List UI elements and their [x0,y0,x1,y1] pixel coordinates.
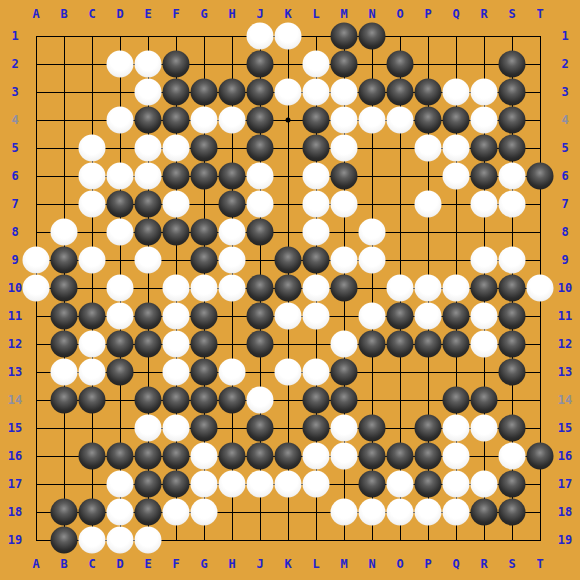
black-stone[interactable] [163,107,190,134]
white-stone[interactable] [471,303,498,330]
row-label-left: 12 [8,338,22,350]
black-stone[interactable] [247,51,274,78]
black-stone[interactable] [527,163,554,190]
white-stone[interactable] [107,163,134,190]
black-stone[interactable] [107,191,134,218]
row-label-right: 14 [558,394,572,406]
white-stone[interactable] [79,331,106,358]
black-stone[interactable] [471,275,498,302]
white-stone[interactable] [107,499,134,526]
column-label-bottom: P [424,558,431,570]
white-stone[interactable] [51,219,78,246]
column-label-bottom: K [284,558,291,570]
row-label-left: 14 [8,394,22,406]
column-label-top: D [116,8,123,20]
white-stone[interactable] [135,415,162,442]
black-stone[interactable] [135,219,162,246]
black-stone[interactable] [415,79,442,106]
white-stone[interactable] [163,415,190,442]
white-stone[interactable] [443,135,470,162]
white-stone[interactable] [471,471,498,498]
black-stone[interactable] [499,135,526,162]
white-stone[interactable] [219,107,246,134]
white-stone[interactable] [331,79,358,106]
white-stone[interactable] [443,275,470,302]
black-stone[interactable] [331,275,358,302]
black-stone[interactable] [135,443,162,470]
white-stone[interactable] [359,247,386,274]
white-stone[interactable] [303,219,330,246]
row-label-right: 10 [558,282,572,294]
white-stone[interactable] [387,107,414,134]
column-label-bottom: E [144,558,151,570]
column-label-bottom: J [256,558,263,570]
row-label-right: 3 [561,86,568,98]
white-stone[interactable] [163,303,190,330]
row-label-right: 7 [561,198,568,210]
white-stone[interactable] [79,191,106,218]
white-stone[interactable] [219,247,246,274]
black-stone[interactable] [191,303,218,330]
black-stone[interactable] [79,303,106,330]
white-stone[interactable] [415,135,442,162]
white-stone[interactable] [499,163,526,190]
column-label-top: B [60,8,67,20]
black-stone[interactable] [247,443,274,470]
white-stone[interactable] [303,443,330,470]
column-label-bottom: T [536,558,543,570]
black-stone[interactable] [107,359,134,386]
black-stone[interactable] [191,135,218,162]
black-stone[interactable] [247,303,274,330]
row-label-right: 2 [561,58,568,70]
black-stone[interactable] [135,191,162,218]
black-stone[interactable] [135,471,162,498]
white-stone[interactable] [331,107,358,134]
white-stone[interactable] [275,79,302,106]
black-stone[interactable] [51,387,78,414]
white-stone[interactable] [79,163,106,190]
black-stone[interactable] [247,79,274,106]
white-stone[interactable] [135,79,162,106]
black-stone[interactable] [51,499,78,526]
white-stone[interactable] [135,163,162,190]
white-stone[interactable] [107,303,134,330]
black-stone[interactable] [471,163,498,190]
column-label-bottom: S [508,558,515,570]
black-stone[interactable] [443,107,470,134]
white-stone[interactable] [275,303,302,330]
column-label-top: L [312,8,319,20]
black-stone[interactable] [275,247,302,274]
black-stone[interactable] [303,135,330,162]
white-stone[interactable] [499,247,526,274]
column-label-top: A [32,8,39,20]
white-stone[interactable] [79,359,106,386]
white-stone[interactable] [107,107,134,134]
row-label-right: 16 [558,450,572,462]
row-label-right: 19 [558,534,572,546]
row-label-left: 5 [11,142,18,154]
black-stone[interactable] [359,443,386,470]
black-stone[interactable] [79,387,106,414]
black-stone[interactable] [471,499,498,526]
row-label-left: 9 [11,254,18,266]
black-stone[interactable] [415,415,442,442]
column-label-top: J [256,8,263,20]
black-stone[interactable] [275,275,302,302]
row-label-right: 4 [561,114,568,126]
white-stone[interactable] [443,79,470,106]
black-stone[interactable] [219,79,246,106]
black-stone[interactable] [79,499,106,526]
white-stone[interactable] [359,499,386,526]
black-stone[interactable] [359,331,386,358]
row-label-left: 10 [8,282,22,294]
black-stone[interactable] [303,415,330,442]
white-stone[interactable] [303,191,330,218]
column-label-bottom: G [200,558,207,570]
white-stone[interactable] [51,359,78,386]
white-stone[interactable] [79,247,106,274]
column-label-top: E [144,8,151,20]
white-stone[interactable] [471,79,498,106]
white-stone[interactable] [415,191,442,218]
column-label-top: T [536,8,543,20]
white-stone[interactable] [471,247,498,274]
white-stone[interactable] [163,135,190,162]
column-label-top: F [172,8,179,20]
black-stone[interactable] [471,135,498,162]
white-stone[interactable] [135,527,162,554]
white-stone[interactable] [303,51,330,78]
white-stone[interactable] [107,51,134,78]
column-label-bottom: M [340,558,347,570]
row-label-right: 11 [558,310,572,322]
column-label-bottom: A [32,558,39,570]
row-label-left: 4 [11,114,18,126]
white-stone[interactable] [191,499,218,526]
black-stone[interactable] [135,331,162,358]
star-point[interactable] [286,118,291,123]
column-label-top: H [228,8,235,20]
white-stone[interactable] [247,163,274,190]
white-stone[interactable] [303,275,330,302]
column-label-bottom: L [312,558,319,570]
column-label-bottom: O [396,558,403,570]
row-label-right: 8 [561,226,568,238]
white-stone[interactable] [303,163,330,190]
row-label-left: 8 [11,226,18,238]
white-stone[interactable] [499,191,526,218]
black-stone[interactable] [191,219,218,246]
black-stone[interactable] [163,51,190,78]
black-stone[interactable] [219,191,246,218]
black-stone[interactable] [191,79,218,106]
white-stone[interactable] [443,443,470,470]
white-stone[interactable] [499,443,526,470]
white-stone[interactable] [163,499,190,526]
black-stone[interactable] [415,471,442,498]
black-stone[interactable] [219,387,246,414]
column-label-top: N [368,8,375,20]
row-label-left: 11 [8,310,22,322]
white-stone[interactable] [415,275,442,302]
white-stone[interactable] [247,471,274,498]
white-stone[interactable] [443,163,470,190]
black-stone[interactable] [51,331,78,358]
column-label-top: K [284,8,291,20]
column-label-bottom: D [116,558,123,570]
black-stone[interactable] [331,23,358,50]
white-stone[interactable] [135,135,162,162]
black-stone[interactable] [247,219,274,246]
white-stone[interactable] [443,499,470,526]
white-stone[interactable] [107,527,134,554]
white-stone[interactable] [443,471,470,498]
column-label-top: Q [452,8,459,20]
white-stone[interactable] [107,219,134,246]
black-stone[interactable] [191,331,218,358]
column-label-top: R [480,8,487,20]
column-label-bottom: N [368,558,375,570]
black-stone[interactable] [331,359,358,386]
black-stone[interactable] [387,79,414,106]
row-label-left: 3 [11,86,18,98]
black-stone[interactable] [387,51,414,78]
white-stone[interactable] [303,303,330,330]
white-stone[interactable] [359,219,386,246]
column-label-bottom: B [60,558,67,570]
black-stone[interactable] [499,471,526,498]
black-stone[interactable] [247,275,274,302]
row-label-right: 6 [561,170,568,182]
row-label-left: 18 [8,506,22,518]
white-stone[interactable] [191,275,218,302]
row-label-right: 17 [558,478,572,490]
white-stone[interactable] [331,499,358,526]
black-stone[interactable] [79,443,106,470]
black-stone[interactable] [219,443,246,470]
black-stone[interactable] [163,219,190,246]
row-label-right: 5 [561,142,568,154]
black-stone[interactable] [51,303,78,330]
black-stone[interactable] [135,107,162,134]
column-label-top: C [88,8,95,20]
row-label-left: 1 [11,30,18,42]
white-stone[interactable] [135,247,162,274]
row-label-left: 2 [11,58,18,70]
column-label-top: M [340,8,347,20]
black-stone[interactable] [163,79,190,106]
white-stone[interactable] [303,471,330,498]
black-stone[interactable] [359,415,386,442]
row-label-left: 15 [8,422,22,434]
black-stone[interactable] [247,135,274,162]
column-label-bottom: R [480,558,487,570]
white-stone[interactable] [331,331,358,358]
white-stone[interactable] [359,303,386,330]
column-label-bottom: Q [452,558,459,570]
black-stone[interactable] [499,415,526,442]
white-stone[interactable] [387,275,414,302]
black-stone[interactable] [191,247,218,274]
black-stone[interactable] [471,387,498,414]
black-stone[interactable] [303,107,330,134]
white-stone[interactable] [107,471,134,498]
black-stone[interactable] [51,247,78,274]
black-stone[interactable] [499,331,526,358]
white-stone[interactable] [247,387,274,414]
white-stone[interactable] [303,359,330,386]
black-stone[interactable] [499,359,526,386]
white-stone[interactable] [107,275,134,302]
black-stone[interactable] [51,527,78,554]
white-stone[interactable] [471,107,498,134]
white-stone[interactable] [359,107,386,134]
black-stone[interactable] [191,359,218,386]
black-stone[interactable] [499,303,526,330]
black-stone[interactable] [387,331,414,358]
row-label-right: 9 [561,254,568,266]
black-stone[interactable] [191,163,218,190]
white-stone[interactable] [275,471,302,498]
white-stone[interactable] [163,191,190,218]
black-stone[interactable] [443,387,470,414]
white-stone[interactable] [415,499,442,526]
black-stone[interactable] [415,107,442,134]
black-stone[interactable] [499,79,526,106]
white-stone[interactable] [331,135,358,162]
white-stone[interactable] [219,275,246,302]
white-stone[interactable] [415,303,442,330]
row-label-left: 17 [8,478,22,490]
black-stone[interactable] [443,303,470,330]
black-stone[interactable] [247,107,274,134]
white-stone[interactable] [247,191,274,218]
black-stone[interactable] [163,471,190,498]
black-stone[interactable] [135,387,162,414]
white-stone[interactable] [79,135,106,162]
row-label-left: 16 [8,450,22,462]
white-stone[interactable] [331,415,358,442]
row-label-right: 13 [558,366,572,378]
black-stone[interactable] [163,443,190,470]
white-stone[interactable] [23,247,50,274]
column-label-top: G [200,8,207,20]
black-stone[interactable] [135,303,162,330]
row-label-left: 7 [11,198,18,210]
black-stone[interactable] [359,79,386,106]
black-stone[interactable] [163,387,190,414]
white-stone[interactable] [135,51,162,78]
black-stone[interactable] [331,51,358,78]
white-stone[interactable] [443,415,470,442]
white-stone[interactable] [163,359,190,386]
white-stone[interactable] [247,23,274,50]
white-stone[interactable] [331,443,358,470]
row-label-right: 15 [558,422,572,434]
white-stone[interactable] [219,219,246,246]
black-stone[interactable] [415,331,442,358]
column-label-top: P [424,8,431,20]
black-stone[interactable] [331,387,358,414]
black-stone[interactable] [107,331,134,358]
black-stone[interactable] [135,499,162,526]
column-label-bottom: H [228,558,235,570]
column-label-bottom: C [88,558,95,570]
black-stone[interactable] [303,247,330,274]
white-stone[interactable] [275,23,302,50]
black-stone[interactable] [387,443,414,470]
black-stone[interactable] [527,443,554,470]
column-label-top: S [508,8,515,20]
white-stone[interactable] [191,471,218,498]
white-stone[interactable] [219,359,246,386]
column-label-top: O [396,8,403,20]
black-stone[interactable] [387,303,414,330]
black-stone[interactable] [107,443,134,470]
white-stone[interactable] [471,191,498,218]
row-label-left: 19 [8,534,22,546]
black-stone[interactable] [499,275,526,302]
black-stone[interactable] [499,107,526,134]
white-stone[interactable] [471,415,498,442]
row-label-right: 18 [558,506,572,518]
white-stone[interactable] [219,471,246,498]
black-stone[interactable] [191,387,218,414]
white-stone[interactable] [191,443,218,470]
white-stone[interactable] [331,191,358,218]
black-stone[interactable] [415,443,442,470]
white-stone[interactable] [303,79,330,106]
white-stone[interactable] [331,247,358,274]
column-label-bottom: F [172,558,179,570]
white-stone[interactable] [23,275,50,302]
black-stone[interactable] [359,471,386,498]
black-stone[interactable] [247,331,274,358]
black-stone[interactable] [191,415,218,442]
go-board: AABBCCDDEEFFGGHHJJKKLLMMNNOOPPQQRRSSTT11… [0,0,580,580]
white-stone[interactable] [387,471,414,498]
white-stone[interactable] [471,331,498,358]
black-stone[interactable] [219,163,246,190]
black-stone[interactable] [51,275,78,302]
black-stone[interactable] [331,163,358,190]
black-stone[interactable] [359,23,386,50]
row-label-left: 13 [8,366,22,378]
row-label-left: 6 [11,170,18,182]
black-stone[interactable] [247,415,274,442]
white-stone[interactable] [387,499,414,526]
white-stone[interactable] [163,275,190,302]
row-label-right: 1 [561,30,568,42]
black-stone[interactable] [303,387,330,414]
white-stone[interactable] [163,331,190,358]
row-label-right: 12 [558,338,572,350]
white-stone[interactable] [275,359,302,386]
white-stone[interactable] [527,275,554,302]
white-stone[interactable] [191,107,218,134]
white-stone[interactable] [79,527,106,554]
black-stone[interactable] [443,331,470,358]
black-stone[interactable] [163,163,190,190]
black-stone[interactable] [499,499,526,526]
black-stone[interactable] [275,443,302,470]
black-stone[interactable] [499,51,526,78]
